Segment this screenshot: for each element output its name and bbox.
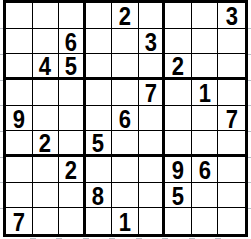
grid-tick-right bbox=[248, 105, 251, 106]
cell-r9c4[interactable] bbox=[86, 208, 113, 234]
cell-r1c5[interactable]: 2 bbox=[112, 3, 139, 29]
cell-r5c3[interactable] bbox=[59, 106, 86, 132]
cell-r6c3[interactable] bbox=[59, 131, 86, 157]
cell-r5c4[interactable] bbox=[86, 106, 113, 132]
cell-r8c3[interactable] bbox=[59, 183, 86, 209]
given-digit: 2 bbox=[65, 158, 77, 183]
cell-r1c4[interactable] bbox=[86, 3, 113, 29]
cell-r1c2[interactable] bbox=[33, 3, 60, 29]
cell-r9c3[interactable] bbox=[59, 208, 86, 234]
cell-r2c4[interactable] bbox=[86, 29, 113, 55]
cell-r5c5[interactable]: 6 bbox=[112, 106, 139, 132]
grid-tick-bottom bbox=[215, 238, 221, 239]
cell-r7c9[interactable] bbox=[218, 157, 245, 183]
cell-r4c3[interactable] bbox=[59, 80, 86, 106]
grid-tick-bottom bbox=[189, 238, 195, 239]
cell-r7c1[interactable] bbox=[6, 157, 33, 183]
grid-tick-left bbox=[0, 28, 3, 29]
cell-r4c4[interactable] bbox=[86, 80, 113, 106]
cell-r7c2[interactable] bbox=[33, 157, 60, 183]
given-digit: 2 bbox=[119, 4, 131, 29]
grid-tick-bottom bbox=[109, 238, 115, 239]
cell-r7c4[interactable] bbox=[86, 157, 113, 183]
cell-r1c8[interactable] bbox=[192, 3, 219, 29]
cell-r6c6[interactable] bbox=[139, 131, 166, 157]
given-digit: 3 bbox=[144, 30, 156, 55]
cell-r3c7[interactable]: 2 bbox=[165, 54, 192, 80]
cell-r4c5[interactable] bbox=[112, 80, 139, 106]
given-digit: 6 bbox=[65, 30, 77, 55]
cell-r1c6[interactable] bbox=[139, 3, 166, 29]
cell-r4c7[interactable] bbox=[165, 80, 192, 106]
cell-r9c5[interactable]: 1 bbox=[112, 208, 139, 234]
cell-r6c4[interactable]: 5 bbox=[86, 131, 113, 157]
cell-r9c6[interactable] bbox=[139, 208, 166, 234]
given-digit: 6 bbox=[199, 158, 211, 183]
cell-r9c7[interactable] bbox=[165, 208, 192, 234]
cell-r1c3[interactable] bbox=[59, 3, 86, 29]
cell-r3c3[interactable]: 5 bbox=[59, 54, 86, 80]
cell-r2c8[interactable] bbox=[192, 29, 219, 55]
cell-r8c1[interactable] bbox=[6, 183, 33, 209]
cell-r5c6[interactable] bbox=[139, 106, 166, 132]
cell-r7c6[interactable] bbox=[139, 157, 166, 183]
given-digit: 5 bbox=[172, 184, 184, 209]
grid-tick-bottom bbox=[136, 238, 142, 239]
given-digit: 5 bbox=[92, 131, 104, 156]
cell-r7c5[interactable] bbox=[112, 157, 139, 183]
given-digit: 7 bbox=[144, 81, 156, 106]
given-digit: 9 bbox=[172, 158, 184, 183]
cell-r6c7[interactable] bbox=[165, 131, 192, 157]
grid-tick-left bbox=[0, 80, 3, 81]
cell-r5c1[interactable]: 9 bbox=[6, 106, 33, 132]
given-digit: 8 bbox=[92, 184, 104, 209]
cell-r5c8[interactable] bbox=[192, 106, 219, 132]
cell-r2c1[interactable] bbox=[6, 29, 33, 55]
cell-r5c7[interactable] bbox=[165, 106, 192, 132]
given-digit: 4 bbox=[39, 54, 51, 79]
cell-r8c2[interactable] bbox=[33, 183, 60, 209]
grid-tick-bottom bbox=[83, 238, 89, 239]
sudoku-screenshot: 236345271967252968571 bbox=[0, 0, 251, 239]
given-digit: 1 bbox=[119, 210, 131, 234]
cell-r3c4[interactable] bbox=[86, 54, 113, 80]
cell-r9c2[interactable] bbox=[33, 208, 60, 234]
cell-r3c2[interactable]: 4 bbox=[33, 54, 60, 80]
grid-tick-left bbox=[0, 157, 3, 158]
given-digit: 5 bbox=[65, 54, 77, 79]
cell-r3c9[interactable] bbox=[218, 54, 245, 80]
cell-r2c2[interactable] bbox=[33, 29, 60, 55]
given-digit: 6 bbox=[119, 107, 131, 132]
given-digit: 7 bbox=[226, 107, 238, 132]
cell-r7c3[interactable]: 2 bbox=[59, 157, 86, 183]
cell-r2c5[interactable] bbox=[112, 29, 139, 55]
cell-r8c5[interactable] bbox=[112, 183, 139, 209]
cell-r8c8[interactable] bbox=[192, 183, 219, 209]
cell-r4c1[interactable] bbox=[6, 80, 33, 106]
cell-r2c9[interactable] bbox=[218, 29, 245, 55]
grid-tick-right bbox=[248, 182, 251, 183]
given-digit: 7 bbox=[13, 210, 25, 234]
cell-r7c7[interactable]: 9 bbox=[165, 157, 192, 183]
cell-r8c7[interactable]: 5 bbox=[165, 183, 192, 209]
given-digit: 3 bbox=[226, 4, 238, 29]
cell-r4c2[interactable] bbox=[33, 80, 60, 106]
grid-tick-right bbox=[248, 208, 251, 209]
cell-r2c3[interactable]: 6 bbox=[59, 29, 86, 55]
cell-r3c1[interactable] bbox=[6, 54, 33, 80]
grid-tick-bottom bbox=[56, 238, 62, 239]
grid-tick-bottom bbox=[30, 238, 36, 239]
cell-r2c6[interactable]: 3 bbox=[139, 29, 166, 55]
given-digit: 2 bbox=[172, 54, 184, 79]
cell-r7c8[interactable]: 6 bbox=[192, 157, 219, 183]
cell-r6c1[interactable] bbox=[6, 131, 33, 157]
cell-r9c1[interactable]: 7 bbox=[6, 208, 33, 234]
cell-r4c9[interactable] bbox=[218, 80, 245, 106]
cell-r9c9[interactable] bbox=[218, 208, 245, 234]
grid-tick-left bbox=[0, 131, 3, 132]
cell-r5c9[interactable]: 7 bbox=[218, 106, 245, 132]
grid-tick-left bbox=[0, 54, 3, 55]
sudoku-board: 236345271967252968571 bbox=[3, 0, 248, 237]
grid-tick-bottom bbox=[162, 238, 168, 239]
given-digit: 1 bbox=[199, 81, 211, 106]
cell-r1c7[interactable] bbox=[165, 3, 192, 29]
cell-r1c1[interactable] bbox=[6, 3, 33, 29]
given-digit: 2 bbox=[39, 131, 51, 156]
given-digit: 9 bbox=[13, 107, 25, 132]
cell-r4c8[interactable]: 1 bbox=[192, 80, 219, 106]
cell-r5c2[interactable] bbox=[33, 106, 60, 132]
grid-tick-left bbox=[0, 105, 3, 106]
cell-r6c9[interactable] bbox=[218, 131, 245, 157]
cell-r6c8[interactable] bbox=[192, 131, 219, 157]
cell-r1c9[interactable]: 3 bbox=[218, 3, 245, 29]
cell-r2c7[interactable] bbox=[165, 29, 192, 55]
cell-r8c6[interactable] bbox=[139, 183, 166, 209]
cell-r8c9[interactable] bbox=[218, 183, 245, 209]
cell-r9c8[interactable] bbox=[192, 208, 219, 234]
grid-tick-right bbox=[248, 28, 251, 29]
grid-tick-right bbox=[248, 157, 251, 158]
cell-r8c4[interactable]: 8 bbox=[86, 183, 113, 209]
cell-r6c5[interactable] bbox=[112, 131, 139, 157]
cell-r6c2[interactable]: 2 bbox=[33, 131, 60, 157]
cell-r3c5[interactable] bbox=[112, 54, 139, 80]
cell-r3c8[interactable] bbox=[192, 54, 219, 80]
grid-tick-left bbox=[0, 208, 3, 209]
grid-tick-right bbox=[248, 54, 251, 55]
grid-tick-right bbox=[248, 131, 251, 132]
grid-tick-left bbox=[0, 182, 3, 183]
cell-r3c6[interactable] bbox=[139, 54, 166, 80]
grid-tick-right bbox=[248, 80, 251, 81]
cell-r4c6[interactable]: 7 bbox=[139, 80, 166, 106]
